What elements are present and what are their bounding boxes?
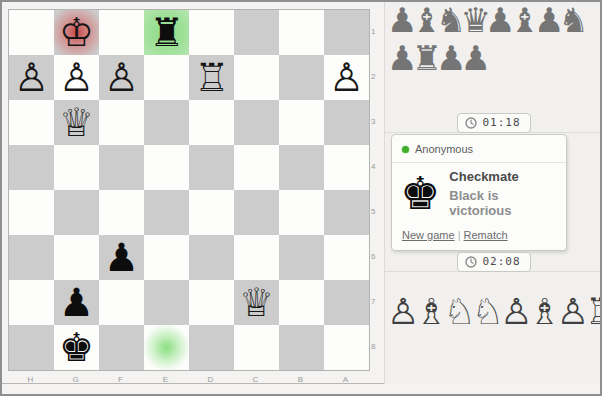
- square-a6[interactable]: [324, 235, 369, 280]
- square-g8[interactable]: ♚: [54, 325, 99, 370]
- square-c6[interactable]: [234, 235, 279, 280]
- square-a8[interactable]: [324, 325, 369, 370]
- result-subtitle: Black is victorious: [449, 188, 560, 218]
- rank-label-6: 6: [371, 234, 383, 279]
- square-f5[interactable]: [99, 190, 144, 235]
- square-f6[interactable]: ♟: [99, 235, 144, 280]
- black-clock-value: 02:08: [482, 255, 520, 268]
- square-h3[interactable]: [9, 100, 54, 145]
- square-c3[interactable]: [234, 100, 279, 145]
- white-queen[interactable]: ♕: [59, 100, 94, 145]
- rank-label-2: 2: [371, 54, 383, 99]
- black-king[interactable]: ♚: [59, 325, 94, 370]
- square-g1[interactable]: ♔: [54, 10, 99, 55]
- rank-label-7: 7: [371, 279, 383, 324]
- square-h4[interactable]: [9, 145, 54, 190]
- square-e3[interactable]: [144, 100, 189, 145]
- square-b8[interactable]: [279, 325, 324, 370]
- rank-label-3: 3: [371, 99, 383, 144]
- square-d3[interactable]: [189, 100, 234, 145]
- square-b7[interactable]: [279, 280, 324, 325]
- black-rook[interactable]: ♜: [149, 10, 184, 55]
- square-h2[interactable]: ♙: [9, 55, 54, 100]
- white-rook[interactable]: ♖: [194, 55, 229, 100]
- square-e1[interactable]: ♜: [144, 10, 189, 55]
- square-b1[interactable]: [279, 10, 324, 55]
- square-c2[interactable]: [234, 55, 279, 100]
- square-g6[interactable]: [54, 235, 99, 280]
- square-g5[interactable]: [54, 190, 99, 235]
- square-d7[interactable]: [189, 280, 234, 325]
- square-a1[interactable]: [324, 10, 369, 55]
- rank-label-1: 1: [371, 9, 383, 54]
- captured-black-tray: ♟♝♞♛♟♝♟♞ ♟♜♟♟: [393, 0, 583, 80]
- square-c8[interactable]: [234, 325, 279, 370]
- square-c7[interactable]: ♕: [234, 280, 279, 325]
- clock-icon: [465, 256, 477, 268]
- clock-icon: [465, 117, 477, 129]
- square-a4[interactable]: [324, 145, 369, 190]
- white-clock: 01:18: [457, 113, 530, 133]
- game-result-card: Anonymous ♚ Checkmate Black is victoriou…: [391, 134, 567, 251]
- result-message: ♚ Checkmate Black is victorious: [392, 163, 566, 220]
- square-d4[interactable]: [189, 145, 234, 190]
- square-h8[interactable]: [9, 325, 54, 370]
- square-g3[interactable]: ♕: [54, 100, 99, 145]
- white-queen[interactable]: ♕: [239, 280, 274, 325]
- square-b3[interactable]: [279, 100, 324, 145]
- square-b5[interactable]: [279, 190, 324, 235]
- white-pawn[interactable]: ♙: [329, 55, 364, 100]
- square-b2[interactable]: [279, 55, 324, 100]
- square-f4[interactable]: [99, 145, 144, 190]
- player-presence-row: Anonymous: [392, 135, 566, 163]
- rank-labels: 12345678: [371, 9, 383, 369]
- player-name: Anonymous: [415, 143, 473, 155]
- square-a7[interactable]: [324, 280, 369, 325]
- square-d5[interactable]: [189, 190, 234, 235]
- chess-app-window: ♔♜♙♙♙♖♙♕♟♟♕♚ 12345678 HGFEDCBA ♟♝♞♛♟♝♟♞ …: [0, 0, 602, 396]
- white-clock-row: 01:18: [385, 113, 602, 133]
- white-pawn[interactable]: ♙: [59, 55, 94, 100]
- square-c1[interactable]: [234, 10, 279, 55]
- square-g4[interactable]: [54, 145, 99, 190]
- square-e8[interactable]: [144, 325, 189, 370]
- black-clock: 02:08: [457, 252, 530, 272]
- white-pawn[interactable]: ♙: [104, 55, 139, 100]
- captured-pawn: ♟: [460, 36, 490, 80]
- square-f3[interactable]: [99, 100, 144, 145]
- square-h5[interactable]: [9, 190, 54, 235]
- black-clock-row: 02:08: [385, 252, 602, 272]
- captured-black-row2: ♟♜♟♟: [390, 36, 586, 80]
- square-d1[interactable]: [189, 10, 234, 55]
- link-separator: |: [458, 229, 461, 241]
- square-f7[interactable]: [99, 280, 144, 325]
- square-h7[interactable]: [9, 280, 54, 325]
- new-game-link[interactable]: New game: [402, 229, 455, 241]
- square-h6[interactable]: [9, 235, 54, 280]
- square-a5[interactable]: [324, 190, 369, 235]
- square-d6[interactable]: [189, 235, 234, 280]
- square-e7[interactable]: [144, 280, 189, 325]
- square-c5[interactable]: [234, 190, 279, 235]
- square-f8[interactable]: [99, 325, 144, 370]
- black-king-icon: ♚: [400, 170, 440, 218]
- square-a3[interactable]: [324, 100, 369, 145]
- square-e4[interactable]: [144, 145, 189, 190]
- square-b4[interactable]: [279, 145, 324, 190]
- square-d2[interactable]: ♖: [189, 55, 234, 100]
- rank-label-4: 4: [371, 144, 383, 189]
- square-g2[interactable]: ♙: [54, 55, 99, 100]
- rank-label-5: 5: [371, 189, 383, 234]
- chess-board: ♔♜♙♙♙♖♙♕♟♟♕♚: [8, 9, 370, 371]
- captured-white-tray: ♙♗♘♘♙♗♙♖: [389, 286, 602, 345]
- square-d8[interactable]: [189, 325, 234, 370]
- square-h1[interactable]: [9, 10, 54, 55]
- online-status-icon: [402, 146, 409, 153]
- captured-knight: ♞: [558, 0, 588, 42]
- result-actions: New game | Rematch: [392, 220, 566, 250]
- black-pawn[interactable]: ♟: [59, 280, 94, 325]
- black-pawn[interactable]: ♟: [104, 235, 139, 280]
- square-e6[interactable]: [144, 235, 189, 280]
- white-clock-value: 01:18: [482, 116, 520, 129]
- square-e5[interactable]: [144, 190, 189, 235]
- rematch-link[interactable]: Rematch: [464, 229, 508, 241]
- square-g7[interactable]: ♟: [54, 280, 99, 325]
- square-a2[interactable]: ♙: [324, 55, 369, 100]
- result-title: Checkmate: [449, 169, 560, 184]
- square-e2[interactable]: [144, 55, 189, 100]
- square-f2[interactable]: ♙: [99, 55, 144, 100]
- square-c4[interactable]: [234, 145, 279, 190]
- captured-rook: ♖: [585, 286, 602, 338]
- white-pawn[interactable]: ♙: [14, 55, 49, 100]
- square-b6[interactable]: [279, 235, 324, 280]
- side-panel: ♟♝♞♛♟♝♟♞ ♟♜♟♟ 01:18 Anonymous ♚: [384, 2, 602, 384]
- white-king[interactable]: ♔: [59, 10, 94, 55]
- rank-label-8: 8: [371, 324, 383, 369]
- square-f1[interactable]: [99, 10, 144, 55]
